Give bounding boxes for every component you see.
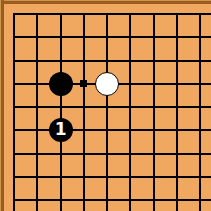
intersection-a1 [2,2,25,25]
intersection-h2 [165,26,188,49]
intersection-d4 [72,72,95,95]
intersection-b3 [26,49,49,72]
intersection-g8 [142,165,165,188]
intersection-e1 [96,2,119,25]
intersection-a9 [2,189,25,211]
intersection-g4 [142,72,165,95]
intersection-b7 [26,142,49,165]
intersection-i9 [189,189,211,211]
intersection-d3 [72,49,95,72]
intersection-e3 [96,49,119,72]
intersection-h5 [165,96,188,119]
intersection-b5 [26,96,49,119]
intersection-h8 [165,165,188,188]
intersection-i7 [189,142,211,165]
intersection-g9 [142,189,165,211]
intersection-f1 [119,2,142,25]
intersection-a6 [2,119,25,142]
intersection-d5 [72,96,95,119]
intersection-e4 [96,72,119,95]
intersection-c3 [49,49,72,72]
intersection-h7 [165,142,188,165]
intersection-f4 [119,72,142,95]
intersection-g5 [142,96,165,119]
intersection-i4 [189,72,211,95]
intersection-h1 [165,2,188,25]
intersection-d2 [72,26,95,49]
go-board-diagram: 1 [0,0,211,211]
intersection-a3 [2,49,25,72]
intersection-c4 [49,72,72,95]
intersection-d6 [72,119,95,142]
intersection-g1 [142,2,165,25]
intersection-f9 [119,189,142,211]
intersection-i5 [189,96,211,119]
intersection-c2 [49,26,72,49]
board-edge-left [0,0,4,211]
intersection-e9 [96,189,119,211]
intersection-i1 [189,2,211,25]
intersection-c9 [49,189,72,211]
intersection-h3 [165,49,188,72]
intersection-c7 [49,142,72,165]
intersection-i2 [189,26,211,49]
intersection-d9 [72,189,95,211]
intersection-g3 [142,49,165,72]
intersection-c6: 1 [49,119,72,142]
intersection-b4 [26,72,49,95]
intersection-c5 [49,96,72,119]
intersection-f2 [119,26,142,49]
intersection-e6 [96,119,119,142]
intersection-f5 [119,96,142,119]
intersection-f8 [119,165,142,188]
intersection-b2 [26,26,49,49]
intersection-d8 [72,165,95,188]
intersection-g2 [142,26,165,49]
intersection-c8 [49,165,72,188]
intersection-a8 [2,165,25,188]
star-point-marker [80,80,87,87]
intersection-e5 [96,96,119,119]
intersection-d7 [72,142,95,165]
intersection-a5 [2,96,25,119]
intersection-h6 [165,119,188,142]
intersection-h9 [165,189,188,211]
black-stone: 1 [49,118,73,142]
intersection-i6 [189,119,211,142]
board-grid: 1 [2,2,211,211]
intersection-e8 [96,165,119,188]
intersection-b9 [26,189,49,211]
intersection-f3 [119,49,142,72]
intersection-e2 [96,26,119,49]
intersection-g6 [142,119,165,142]
intersection-a7 [2,142,25,165]
intersection-i3 [189,49,211,72]
black-stone [49,72,73,96]
intersection-f6 [119,119,142,142]
board-edge-top [0,0,211,4]
intersection-h4 [165,72,188,95]
intersection-b8 [26,165,49,188]
intersection-f7 [119,142,142,165]
intersection-c1 [49,2,72,25]
intersection-i8 [189,165,211,188]
intersection-b6 [26,119,49,142]
white-stone [95,72,119,96]
intersection-d1 [72,2,95,25]
intersection-a2 [2,26,25,49]
move-number-label: 1 [55,121,67,138]
intersection-a4 [2,72,25,95]
intersection-e7 [96,142,119,165]
intersection-g7 [142,142,165,165]
intersection-b1 [26,2,49,25]
